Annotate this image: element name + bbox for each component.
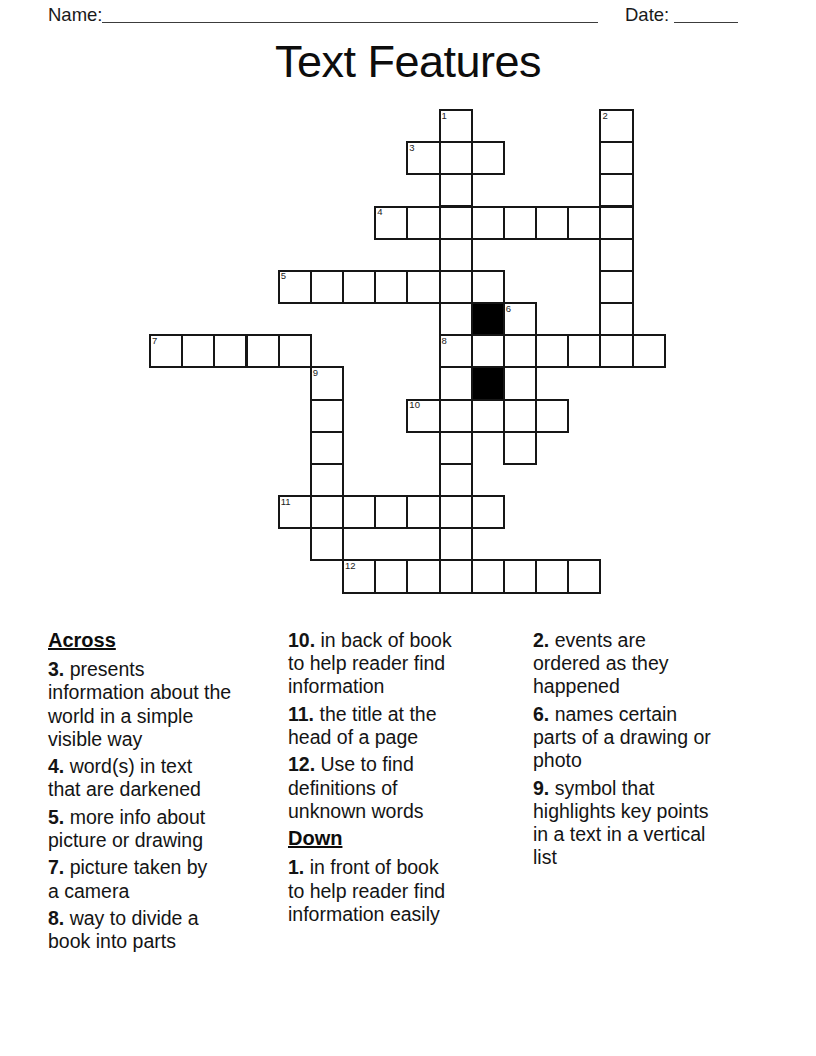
cell-5-8[interactable] <box>407 271 439 303</box>
clue-number-5: 5 <box>281 271 286 281</box>
clue-number-2: 2 <box>602 111 607 121</box>
clues-column-2: 10. in back of book to help reader find … <box>288 629 506 930</box>
cell-9-9[interactable] <box>440 400 472 432</box>
clue-across-10: 10. in back of book to help reader find … <box>288 629 506 699</box>
clue-num: 5. <box>48 806 64 828</box>
date-input-line[interactable] <box>674 0 738 23</box>
clue-number-12: 12 <box>345 561 356 571</box>
clue-down-9: 9. symbol that highlights key points in … <box>533 777 771 870</box>
cell-11-5[interactable] <box>311 464 343 496</box>
cell-1-14[interactable] <box>600 142 632 174</box>
cell-7-3[interactable] <box>247 335 279 367</box>
cell-9-8[interactable]: 10 <box>407 400 439 432</box>
cell-10-5[interactable] <box>311 432 343 464</box>
clue-text: presents information about the world in … <box>48 658 231 750</box>
cell-8-11[interactable] <box>504 367 536 399</box>
clue-down-6: 6. names certain parts of a drawing or p… <box>533 703 771 773</box>
clue-number-3: 3 <box>409 143 414 153</box>
cell-7-4[interactable] <box>279 335 311 367</box>
cell-11-9[interactable] <box>440 464 472 496</box>
worksheet-page: Name: Date: Text Features 12345678910111… <box>0 0 816 1056</box>
clue-number-6: 6 <box>506 304 511 314</box>
clue-text: events are ordered as they happened <box>533 629 669 697</box>
name-input-line[interactable] <box>102 0 598 23</box>
clue-num: 7. <box>48 856 64 878</box>
down-heading: Down <box>288 827 506 850</box>
clue-across-8: 8. way to divide a book into parts <box>48 907 290 953</box>
cell-2-9[interactable] <box>440 174 472 206</box>
cell-4-9[interactable] <box>440 239 472 271</box>
clue-text: word(s) in text that are darkened <box>48 755 201 800</box>
clue-num: 3. <box>48 658 64 680</box>
clue-num: 8. <box>48 907 64 929</box>
clue-across-7: 7. picture taken by a camera <box>48 856 290 902</box>
cell-13-9[interactable] <box>440 528 472 560</box>
cell-9-12[interactable] <box>536 400 568 432</box>
cell-7-1[interactable] <box>182 335 214 367</box>
clue-text: way to divide a book into parts <box>48 907 199 952</box>
cell-9-10[interactable] <box>472 400 504 432</box>
clue-num: 12. <box>288 753 315 775</box>
cell-10-11[interactable] <box>504 432 536 464</box>
cell-7-11[interactable] <box>504 335 536 367</box>
name-label: Name: <box>48 4 103 26</box>
clue-across-4: 4. word(s) in text that are darkened <box>48 755 290 801</box>
cell-6-11[interactable]: 6 <box>504 303 536 335</box>
cell-12-10[interactable] <box>472 496 504 528</box>
crossword-grid: 123456789101112 <box>150 110 665 593</box>
cell-7-9[interactable]: 8 <box>440 335 472 367</box>
cell-14-12[interactable] <box>536 560 568 592</box>
clue-number-10: 10 <box>409 400 420 410</box>
cell-12-9[interactable] <box>440 496 472 528</box>
cell-5-7[interactable] <box>375 271 407 303</box>
cell-1-9[interactable] <box>440 142 472 174</box>
cell-3-14[interactable] <box>600 207 632 239</box>
cell-5-9[interactable] <box>440 271 472 303</box>
cell-14-10[interactable] <box>472 560 504 592</box>
clue-across-3: 3. presents information about the world … <box>48 658 290 751</box>
cell-7-0[interactable]: 7 <box>150 335 182 367</box>
clue-num: 2. <box>533 629 549 651</box>
clue-text: more info about picture or drawing <box>48 806 205 851</box>
black-cell-8-10 <box>472 367 504 399</box>
cell-4-14[interactable] <box>600 239 632 271</box>
cell-3-7[interactable]: 4 <box>375 207 407 239</box>
clue-number-9: 9 <box>313 368 318 378</box>
cell-12-5[interactable] <box>311 496 343 528</box>
cell-2-14[interactable] <box>600 174 632 206</box>
cell-14-6[interactable]: 12 <box>343 560 375 592</box>
cell-13-5[interactable] <box>311 528 343 560</box>
clue-num: 1. <box>288 856 304 878</box>
cell-8-5[interactable]: 9 <box>311 367 343 399</box>
black-cell-6-10 <box>472 303 504 335</box>
clue-number-7: 7 <box>152 336 157 346</box>
puzzle-title: Text Features <box>0 36 816 88</box>
cell-5-4[interactable]: 5 <box>279 271 311 303</box>
cell-12-6[interactable] <box>343 496 375 528</box>
cell-12-8[interactable] <box>407 496 439 528</box>
cell-3-8[interactable] <box>407 207 439 239</box>
clue-across-11: 11. the title at the head of a page <box>288 703 506 749</box>
cell-7-15[interactable] <box>633 335 665 367</box>
cell-9-5[interactable] <box>311 400 343 432</box>
cell-12-7[interactable] <box>375 496 407 528</box>
cell-12-4[interactable]: 11 <box>279 496 311 528</box>
cell-3-12[interactable] <box>536 207 568 239</box>
clue-num: 9. <box>533 777 549 799</box>
cell-14-7[interactable] <box>375 560 407 592</box>
cell-7-14[interactable] <box>600 335 632 367</box>
date-label: Date: <box>625 4 669 26</box>
clue-number-4: 4 <box>377 207 382 217</box>
cell-7-12[interactable] <box>536 335 568 367</box>
cell-3-10[interactable] <box>472 207 504 239</box>
cell-14-13[interactable] <box>568 560 600 592</box>
clue-down-1: 1. in front of book to help reader find … <box>288 856 506 926</box>
cell-0-9[interactable]: 1 <box>440 110 472 142</box>
cell-1-8[interactable]: 3 <box>407 142 439 174</box>
cell-5-10[interactable] <box>472 271 504 303</box>
cell-5-6[interactable] <box>343 271 375 303</box>
cell-10-9[interactable] <box>440 432 472 464</box>
clue-text: symbol that highlights key points in a t… <box>533 777 709 869</box>
cell-7-10[interactable] <box>472 335 504 367</box>
cell-5-5[interactable] <box>311 271 343 303</box>
clue-number-1: 1 <box>442 111 447 121</box>
cell-3-11[interactable] <box>504 207 536 239</box>
cell-5-14[interactable] <box>600 271 632 303</box>
across-heading: Across <box>48 629 290 652</box>
cell-7-13[interactable] <box>568 335 600 367</box>
clue-text: names certain parts of a drawing or phot… <box>533 703 711 771</box>
clues-column-1: Across3. presents information about the … <box>48 629 290 958</box>
clues-column-3: 2. events are ordered as they happened6.… <box>533 629 771 874</box>
clue-across-12: 12. Use to find definitions of unknown w… <box>288 753 506 823</box>
cell-14-9[interactable] <box>440 560 472 592</box>
cell-8-9[interactable] <box>440 367 472 399</box>
clue-text: in front of book to help reader find inf… <box>288 856 445 924</box>
cell-3-13[interactable] <box>568 207 600 239</box>
cell-1-10[interactable] <box>472 142 504 174</box>
clue-num: 6. <box>533 703 549 725</box>
clue-number-11: 11 <box>281 497 291 507</box>
cell-14-8[interactable] <box>407 560 439 592</box>
clue-num: 10. <box>288 629 315 651</box>
cell-9-11[interactable] <box>504 400 536 432</box>
clue-num: 11. <box>288 703 314 725</box>
cell-14-11[interactable] <box>504 560 536 592</box>
clue-number-8: 8 <box>442 336 447 346</box>
cell-6-9[interactable] <box>440 303 472 335</box>
cell-3-9[interactable] <box>440 207 472 239</box>
clue-text: picture taken by a camera <box>48 856 207 901</box>
clue-down-2: 2. events are ordered as they happened <box>533 629 771 699</box>
clue-across-5: 5. more info about picture or drawing <box>48 806 290 852</box>
clue-num: 4. <box>48 755 64 777</box>
cell-7-2[interactable] <box>214 335 246 367</box>
cell-0-14[interactable]: 2 <box>600 110 632 142</box>
cell-6-14[interactable] <box>600 303 632 335</box>
